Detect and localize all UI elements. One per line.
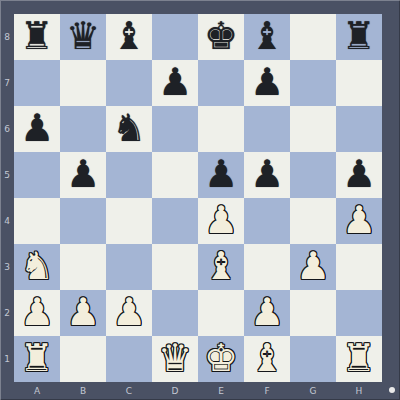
square-c1[interactable]	[106, 336, 152, 382]
rank-label-5: 5	[0, 152, 14, 198]
white-pawn[interactable]: ♟	[204, 201, 238, 239]
black-knight[interactable]: ♞	[112, 109, 146, 147]
square-h7[interactable]	[336, 60, 382, 106]
square-b8[interactable]: ♛	[60, 14, 106, 60]
square-f1[interactable]: ♝	[244, 336, 290, 382]
square-h4[interactable]: ♟	[336, 198, 382, 244]
square-g3[interactable]: ♟	[290, 244, 336, 290]
square-e3[interactable]: ♝	[198, 244, 244, 290]
square-a3[interactable]: ♞	[14, 244, 60, 290]
black-pawn[interactable]: ♟	[20, 109, 54, 147]
square-d7[interactable]: ♟	[152, 60, 198, 106]
white-pawn[interactable]: ♟	[296, 247, 330, 285]
square-c7[interactable]	[106, 60, 152, 106]
square-f3[interactable]	[244, 244, 290, 290]
file-label-f: F	[244, 384, 290, 398]
square-d5[interactable]	[152, 152, 198, 198]
white-king[interactable]: ♚	[204, 339, 238, 377]
square-c2[interactable]: ♟	[106, 290, 152, 336]
square-c3[interactable]	[106, 244, 152, 290]
square-f7[interactable]: ♟	[244, 60, 290, 106]
square-e2[interactable]	[198, 290, 244, 336]
square-h1[interactable]: ♜	[336, 336, 382, 382]
square-g2[interactable]	[290, 290, 336, 336]
black-bishop[interactable]: ♝	[112, 17, 146, 55]
square-e6[interactable]	[198, 106, 244, 152]
black-king[interactable]: ♚	[204, 17, 238, 55]
square-e1[interactable]: ♚	[198, 336, 244, 382]
black-bishop[interactable]: ♝	[250, 17, 284, 55]
square-a7[interactable]	[14, 60, 60, 106]
square-a6[interactable]: ♟	[14, 106, 60, 152]
white-pawn[interactable]: ♟	[112, 293, 146, 331]
black-queen[interactable]: ♛	[66, 17, 100, 55]
square-c8[interactable]: ♝	[106, 14, 152, 60]
square-d4[interactable]	[152, 198, 198, 244]
square-h2[interactable]	[336, 290, 382, 336]
square-b1[interactable]	[60, 336, 106, 382]
square-h5[interactable]: ♟	[336, 152, 382, 198]
square-h8[interactable]: ♜	[336, 14, 382, 60]
rank-label-7: 7	[0, 60, 14, 106]
square-d3[interactable]	[152, 244, 198, 290]
square-e4[interactable]: ♟	[198, 198, 244, 244]
white-bishop[interactable]: ♝	[204, 247, 238, 285]
square-d1[interactable]: ♛	[152, 336, 198, 382]
square-g4[interactable]	[290, 198, 336, 244]
black-pawn[interactable]: ♟	[66, 155, 100, 193]
rank-label-2: 2	[0, 290, 14, 336]
file-label-c: C	[106, 384, 152, 398]
black-pawn[interactable]: ♟	[250, 63, 284, 101]
black-rook[interactable]: ♜	[342, 17, 376, 55]
rank-label-3: 3	[0, 244, 14, 290]
file-label-g: G	[290, 384, 336, 398]
file-label-b: B	[60, 384, 106, 398]
square-e8[interactable]: ♚	[198, 14, 244, 60]
square-f4[interactable]	[244, 198, 290, 244]
square-h3[interactable]	[336, 244, 382, 290]
rank-label-8: 8	[0, 14, 14, 60]
square-g8[interactable]	[290, 14, 336, 60]
square-b3[interactable]	[60, 244, 106, 290]
square-g1[interactable]	[290, 336, 336, 382]
white-pawn[interactable]: ♟	[342, 201, 376, 239]
square-c4[interactable]	[106, 198, 152, 244]
white-pawn[interactable]: ♟	[20, 293, 54, 331]
square-e7[interactable]	[198, 60, 244, 106]
square-b2[interactable]: ♟	[60, 290, 106, 336]
white-pawn[interactable]: ♟	[250, 293, 284, 331]
white-queen[interactable]: ♛	[158, 339, 192, 377]
black-pawn[interactable]: ♟	[250, 155, 284, 193]
square-b6[interactable]	[60, 106, 106, 152]
square-e5[interactable]: ♟	[198, 152, 244, 198]
white-pawn[interactable]: ♟	[66, 293, 100, 331]
black-rook[interactable]: ♜	[20, 17, 54, 55]
square-d2[interactable]	[152, 290, 198, 336]
square-d6[interactable]	[152, 106, 198, 152]
rank-label-1: 1	[0, 336, 14, 382]
square-h6[interactable]	[336, 106, 382, 152]
file-label-h: H	[336, 384, 382, 398]
square-g5[interactable]	[290, 152, 336, 198]
square-f6[interactable]	[244, 106, 290, 152]
rank-label-6: 6	[0, 106, 14, 152]
square-a8[interactable]: ♜	[14, 14, 60, 60]
white-rook[interactable]: ♜	[342, 339, 376, 377]
square-a5[interactable]	[14, 152, 60, 198]
square-g7[interactable]	[290, 60, 336, 106]
square-d8[interactable]	[152, 14, 198, 60]
chess-board: ♜♛♝♚♝♜♟♟♟♞♟♟♟♟♟♟♞♝♟♟♟♟♟♜♛♚♝♜	[14, 14, 382, 382]
square-c5[interactable]	[106, 152, 152, 198]
square-f2[interactable]: ♟	[244, 290, 290, 336]
file-label-d: D	[152, 384, 198, 398]
white-knight[interactable]: ♞	[20, 247, 54, 285]
square-a2[interactable]: ♟	[14, 290, 60, 336]
square-a1[interactable]: ♜	[14, 336, 60, 382]
square-g6[interactable]	[290, 106, 336, 152]
white-to-move-indicator-dot	[389, 387, 395, 393]
file-label-a: A	[14, 384, 60, 398]
board-frame: ♜♛♝♚♝♜♟♟♟♞♟♟♟♟♟♟♞♝♟♟♟♟♟♜♛♚♝♜ 87654321 AB…	[0, 0, 400, 400]
file-label-e: E	[198, 384, 244, 398]
black-pawn[interactable]: ♟	[204, 155, 238, 193]
black-pawn[interactable]: ♟	[158, 63, 192, 101]
white-bishop[interactable]: ♝	[250, 339, 284, 377]
black-pawn[interactable]: ♟	[342, 155, 376, 193]
square-c6[interactable]: ♞	[106, 106, 152, 152]
square-f8[interactable]: ♝	[244, 14, 290, 60]
square-b4[interactable]	[60, 198, 106, 244]
rank-label-4: 4	[0, 198, 14, 244]
square-f5[interactable]: ♟	[244, 152, 290, 198]
square-b5[interactable]: ♟	[60, 152, 106, 198]
white-rook[interactable]: ♜	[20, 339, 54, 377]
square-a4[interactable]	[14, 198, 60, 244]
square-b7[interactable]	[60, 60, 106, 106]
